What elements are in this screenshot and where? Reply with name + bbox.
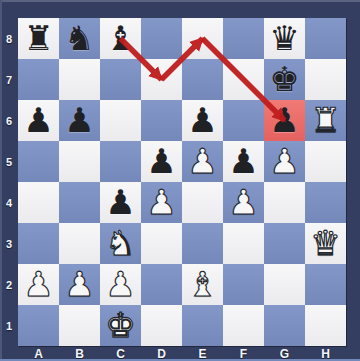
square-h5[interactable] [305, 141, 346, 182]
rank-label-6: 6 [0, 100, 18, 141]
square-g6[interactable]: ♟ [264, 100, 305, 141]
white-king[interactable]: ♚ [105, 305, 135, 346]
black-pawn[interactable]: ♟ [228, 141, 258, 182]
square-b4[interactable] [59, 182, 100, 223]
black-pawn[interactable]: ♟ [64, 100, 94, 141]
square-e8[interactable] [182, 18, 223, 59]
rank-label-5: 5 [0, 141, 18, 182]
black-rook[interactable]: ♜ [23, 18, 53, 59]
rank-label-4: 4 [0, 182, 18, 223]
square-c3[interactable]: ♞ [100, 223, 141, 264]
square-c2[interactable]: ♟ [100, 264, 141, 305]
square-d6[interactable] [141, 100, 182, 141]
square-d3[interactable] [141, 223, 182, 264]
square-e6[interactable]: ♟ [182, 100, 223, 141]
white-knight[interactable]: ♞ [105, 223, 135, 264]
square-e1[interactable] [182, 305, 223, 346]
square-d4[interactable]: ♟ [141, 182, 182, 223]
white-queen[interactable]: ♛ [310, 223, 340, 264]
square-e5[interactable]: ♟ [182, 141, 223, 182]
black-knight[interactable]: ♞ [64, 18, 94, 59]
square-c7[interactable] [100, 59, 141, 100]
white-pawn[interactable]: ♟ [228, 182, 258, 223]
square-b1[interactable] [59, 305, 100, 346]
square-g2[interactable] [264, 264, 305, 305]
square-d7[interactable] [141, 59, 182, 100]
black-pawn[interactable]: ♟ [146, 141, 176, 182]
square-c8[interactable]: ♝ [100, 18, 141, 59]
square-c6[interactable] [100, 100, 141, 141]
black-pawn[interactable]: ♟ [23, 100, 53, 141]
rank-label-7: 7 [0, 59, 18, 100]
square-f2[interactable] [223, 264, 264, 305]
square-c5[interactable] [100, 141, 141, 182]
chess-board[interactable]: ♜♞♝♛♚♟♟♟♟♜♟♟♟♟♟♟♟♞♛♟♟♟♝♚ [18, 18, 346, 346]
rank-labels: 87654321 [0, 18, 18, 346]
square-h8[interactable] [305, 18, 346, 59]
square-e2[interactable]: ♝ [182, 264, 223, 305]
square-d8[interactable] [141, 18, 182, 59]
square-h3[interactable]: ♛ [305, 223, 346, 264]
square-a5[interactable] [18, 141, 59, 182]
square-a2[interactable]: ♟ [18, 264, 59, 305]
square-f8[interactable] [223, 18, 264, 59]
black-pawn[interactable]: ♟ [105, 182, 135, 223]
square-a3[interactable] [18, 223, 59, 264]
square-g8[interactable]: ♛ [264, 18, 305, 59]
square-f5[interactable]: ♟ [223, 141, 264, 182]
square-c4[interactable]: ♟ [100, 182, 141, 223]
square-d5[interactable]: ♟ [141, 141, 182, 182]
black-queen[interactable]: ♛ [269, 18, 299, 59]
square-f3[interactable] [223, 223, 264, 264]
square-e3[interactable] [182, 223, 223, 264]
white-pawn[interactable]: ♟ [23, 264, 53, 305]
square-g5[interactable]: ♟ [264, 141, 305, 182]
square-b7[interactable] [59, 59, 100, 100]
square-a6[interactable]: ♟ [18, 100, 59, 141]
square-c1[interactable]: ♚ [100, 305, 141, 346]
square-a1[interactable] [18, 305, 59, 346]
square-g3[interactable] [264, 223, 305, 264]
square-f6[interactable] [223, 100, 264, 141]
black-pawn[interactable]: ♟ [187, 100, 217, 141]
white-pawn[interactable]: ♟ [64, 264, 94, 305]
square-b5[interactable] [59, 141, 100, 182]
square-h6[interactable]: ♜ [305, 100, 346, 141]
white-pawn[interactable]: ♟ [269, 141, 299, 182]
white-rook[interactable]: ♜ [310, 100, 340, 141]
rank-label-1: 1 [0, 305, 18, 346]
square-h2[interactable] [305, 264, 346, 305]
frame-top-hairline [0, 0, 360, 2]
square-e4[interactable] [182, 182, 223, 223]
white-pawn[interactable]: ♟ [105, 264, 135, 305]
square-a4[interactable] [18, 182, 59, 223]
white-pawn[interactable]: ♟ [187, 141, 217, 182]
square-b3[interactable] [59, 223, 100, 264]
black-pawn[interactable]: ♟ [269, 100, 299, 141]
square-b2[interactable]: ♟ [59, 264, 100, 305]
square-h1[interactable] [305, 305, 346, 346]
black-king[interactable]: ♚ [269, 59, 299, 100]
square-a7[interactable] [18, 59, 59, 100]
square-g4[interactable] [264, 182, 305, 223]
square-b6[interactable]: ♟ [59, 100, 100, 141]
rank-label-3: 3 [0, 223, 18, 264]
square-f7[interactable] [223, 59, 264, 100]
square-f4[interactable]: ♟ [223, 182, 264, 223]
white-bishop[interactable]: ♝ [187, 264, 217, 305]
white-pawn[interactable]: ♟ [146, 182, 176, 223]
square-b8[interactable]: ♞ [59, 18, 100, 59]
square-f1[interactable] [223, 305, 264, 346]
rank-label-8: 8 [0, 18, 18, 59]
square-g7[interactable]: ♚ [264, 59, 305, 100]
black-bishop[interactable]: ♝ [105, 18, 135, 59]
square-h7[interactable] [305, 59, 346, 100]
square-d2[interactable] [141, 264, 182, 305]
square-d1[interactable] [141, 305, 182, 346]
square-h4[interactable] [305, 182, 346, 223]
square-g1[interactable] [264, 305, 305, 346]
rank-label-2: 2 [0, 264, 18, 305]
square-a8[interactable]: ♜ [18, 18, 59, 59]
square-e7[interactable] [182, 59, 223, 100]
